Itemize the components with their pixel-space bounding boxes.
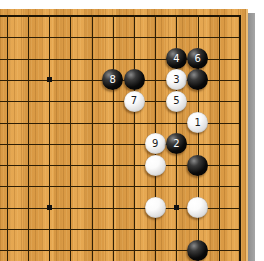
grid-vline [28, 15, 29, 261]
grid-vline [70, 15, 71, 261]
grid-vline [49, 15, 50, 261]
star-point [47, 205, 52, 210]
stone-black-move-4[interactable]: 4 [166, 48, 187, 69]
grid-hline [0, 144, 241, 145]
grid-hline [0, 229, 241, 230]
move-number: 3 [173, 75, 179, 85]
stone-white[interactable] [145, 197, 166, 218]
stone-white-move-1[interactable]: 1 [187, 112, 208, 133]
move-number: 4 [173, 54, 179, 64]
grid-hline [0, 15, 241, 17]
move-number: 7 [131, 96, 137, 106]
move-number: 9 [152, 139, 158, 149]
move-number: 5 [173, 96, 179, 106]
go-board[interactable]: 468375192 [0, 9, 248, 261]
grid-hline [0, 186, 241, 187]
move-number: 8 [110, 75, 116, 85]
stone-black[interactable] [187, 240, 208, 261]
stone-black[interactable] [187, 155, 208, 176]
stone-black-move-8[interactable]: 8 [102, 69, 123, 90]
grid-vline [239, 15, 241, 261]
stone-white[interactable] [187, 197, 208, 218]
grid-vline [7, 15, 8, 261]
star-point [174, 205, 179, 210]
grid-hline [0, 37, 241, 38]
grid-hline [0, 101, 241, 102]
stone-black[interactable] [124, 69, 145, 90]
board-shadow [248, 13, 255, 261]
stone-black[interactable] [187, 69, 208, 90]
go-diagram: 468375192 [0, 0, 264, 261]
grid-vline [219, 15, 220, 261]
stone-white[interactable] [145, 155, 166, 176]
move-number: 1 [194, 118, 200, 128]
stone-white-move-3[interactable]: 3 [166, 69, 187, 90]
stone-black-move-2[interactable]: 2 [166, 133, 187, 154]
move-number: 6 [194, 54, 200, 64]
stone-black-move-6[interactable]: 6 [187, 48, 208, 69]
stone-white-move-9[interactable]: 9 [145, 133, 166, 154]
star-point [47, 77, 52, 82]
grid-vline [92, 15, 93, 261]
stone-white-move-5[interactable]: 5 [166, 91, 187, 112]
stone-white-move-7[interactable]: 7 [124, 91, 145, 112]
grid-vline [134, 15, 135, 261]
grid-vline [113, 15, 114, 261]
move-number: 2 [173, 139, 179, 149]
